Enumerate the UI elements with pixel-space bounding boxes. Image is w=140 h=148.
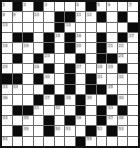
clue-number: 33 <box>2 85 8 90</box>
grid-cell[interactable]: 55 <box>86 137 96 146</box>
grid-cell[interactable]: 47 <box>107 116 117 125</box>
grid-cell[interactable] <box>76 85 86 94</box>
grid-cell[interactable]: 51 <box>65 126 75 135</box>
black-cell <box>13 106 23 115</box>
grid-cell[interactable]: 11 <box>76 12 86 21</box>
grid-cell[interactable]: 2 <box>23 2 33 11</box>
black-cell <box>107 95 117 104</box>
grid-cell[interactable]: 36 <box>2 95 12 104</box>
black-cell <box>44 126 54 135</box>
grid-cell[interactable] <box>76 126 86 135</box>
grid-cell[interactable]: 4 <box>76 2 86 11</box>
grid-cell[interactable] <box>65 137 75 146</box>
grid-cell[interactable] <box>44 23 54 32</box>
grid-cell[interactable] <box>76 74 86 83</box>
grid-cell[interactable]: 22 <box>118 43 128 52</box>
grid-cell[interactable]: 28 <box>97 64 107 73</box>
grid-cell[interactable] <box>55 43 65 52</box>
grid-cell[interactable] <box>97 95 107 104</box>
black-cell <box>55 95 65 104</box>
grid-cell[interactable]: 9 <box>13 12 23 21</box>
grid-cell[interactable] <box>2 33 12 42</box>
grid-cell[interactable] <box>128 43 138 52</box>
clue-number: 12 <box>86 12 92 17</box>
grid-cell[interactable] <box>128 126 138 135</box>
grid-cell[interactable] <box>13 43 23 52</box>
black-cell <box>65 116 75 125</box>
grid-cell[interactable] <box>107 74 117 83</box>
grid-cell[interactable]: 30 <box>44 74 54 83</box>
clue-number: 32 <box>118 74 124 79</box>
grid-cell[interactable] <box>13 95 23 104</box>
black-cell <box>97 43 107 52</box>
grid-cell[interactable]: 13 <box>2 23 12 32</box>
clue-number: 35 <box>107 85 113 90</box>
grid-cell[interactable]: 12 <box>86 12 96 21</box>
grid-cell[interactable]: 52 <box>97 126 107 135</box>
black-cell <box>97 106 107 115</box>
clue-number: 5 <box>97 2 100 7</box>
clue-number: 55 <box>86 137 92 142</box>
grid-cell[interactable] <box>86 64 96 73</box>
grid-cell[interactable]: 26 <box>34 64 44 73</box>
black-cell <box>44 116 54 125</box>
grid-cell[interactable] <box>34 33 44 42</box>
grid-cell[interactable] <box>128 137 138 146</box>
clue-number: 9 <box>13 12 16 17</box>
grid-cell[interactable]: 3 <box>44 2 54 11</box>
clue-number: 53 <box>118 126 124 131</box>
grid-cell[interactable] <box>55 64 65 73</box>
grid-cell[interactable] <box>65 54 75 63</box>
black-cell <box>76 95 86 104</box>
grid-cell[interactable] <box>55 85 65 94</box>
clue-number: 41 <box>34 106 40 111</box>
clue-number: 39 <box>86 95 92 100</box>
black-cell <box>13 126 23 135</box>
grid-cell[interactable]: 50 <box>55 126 65 135</box>
grid-cell[interactable] <box>55 2 65 11</box>
clue-number: 52 <box>97 126 103 131</box>
black-cell <box>23 33 33 42</box>
black-cell <box>65 64 75 73</box>
grid-cell[interactable] <box>128 64 138 73</box>
grid-cell[interactable] <box>86 23 96 32</box>
grid-cell[interactable] <box>97 23 107 32</box>
grid-cell[interactable] <box>55 116 65 125</box>
clue-number: 16 <box>76 33 82 38</box>
grid-cell[interactable]: 43 <box>107 106 117 115</box>
grid-cell[interactable] <box>23 74 33 83</box>
grid-cell[interactable]: 18 <box>2 43 12 52</box>
clue-number: 24 <box>118 54 124 59</box>
grid-cell[interactable]: 10 <box>34 12 44 21</box>
grid-cell[interactable]: 34 <box>13 85 23 94</box>
grid-cell[interactable] <box>34 137 44 146</box>
grid-cell[interactable] <box>23 95 33 104</box>
black-cell <box>44 85 54 94</box>
grid-cell[interactable]: 49 <box>23 126 33 135</box>
clue-number: 40 <box>118 95 124 100</box>
black-cell <box>34 74 44 83</box>
grid-cell[interactable]: 1 <box>2 2 12 11</box>
black-cell <box>65 85 75 94</box>
grid-cell[interactable] <box>86 106 96 115</box>
clue-number: 46 <box>76 116 82 121</box>
grid-cell[interactable] <box>86 116 96 125</box>
black-cell <box>97 116 107 125</box>
grid-cell[interactable] <box>65 106 75 115</box>
grid-cell[interactable] <box>23 12 33 21</box>
grid-cell[interactable] <box>34 23 44 32</box>
grid-cell[interactable]: 35 <box>107 85 117 94</box>
clue-number: 42 <box>55 106 61 111</box>
clue-number: 28 <box>97 64 103 69</box>
grid-cell[interactable]: 37 <box>44 95 54 104</box>
grid-cell[interactable] <box>23 54 33 63</box>
clue-number: 34 <box>13 85 19 90</box>
clue-number: 27 <box>76 64 82 69</box>
black-cell <box>65 33 75 42</box>
black-cell <box>86 74 96 83</box>
black-cell <box>13 54 23 63</box>
clue-number: 13 <box>2 23 8 28</box>
grid-cell[interactable] <box>128 74 138 83</box>
grid-cell[interactable]: 54 <box>2 137 12 146</box>
grid-cell[interactable] <box>34 126 44 135</box>
black-cell <box>118 106 128 115</box>
black-cell <box>97 33 107 42</box>
clue-number: 21 <box>107 43 113 48</box>
clue-number: 10 <box>34 12 40 17</box>
clue-number: 43 <box>107 106 113 111</box>
clue-number: 15 <box>55 33 61 38</box>
grid-cell[interactable] <box>97 137 107 146</box>
black-cell <box>44 33 54 42</box>
grid-cell[interactable]: 23 <box>44 54 54 63</box>
clue-number: 23 <box>44 54 50 59</box>
grid-cell[interactable] <box>2 106 12 115</box>
grid-cell[interactable]: 38 <box>65 95 75 104</box>
grid-cell[interactable] <box>128 95 138 104</box>
grid-cell[interactable] <box>55 137 65 146</box>
grid-cell[interactable]: 20 <box>76 43 86 52</box>
grid-cell[interactable] <box>128 106 138 115</box>
clue-number: 49 <box>23 126 29 131</box>
clue-number: 44 <box>2 116 8 121</box>
grid-cell[interactable] <box>34 43 44 52</box>
grid-cell[interactable] <box>86 33 96 42</box>
grid-cell[interactable] <box>118 23 128 32</box>
black-cell <box>23 106 33 115</box>
grid-cell[interactable] <box>128 116 138 125</box>
clue-number: 7 <box>128 2 131 7</box>
clue-number: 18 <box>2 43 8 48</box>
grid-cell[interactable]: 17 <box>128 33 138 42</box>
black-cell <box>118 64 128 73</box>
black-cell <box>34 54 44 63</box>
black-cell <box>55 12 65 21</box>
black-cell <box>128 23 138 32</box>
black-cell <box>118 12 128 21</box>
clue-number: 45 <box>23 116 29 121</box>
grid-cell[interactable] <box>118 85 128 94</box>
clue-number: 1 <box>2 2 5 7</box>
grid-cell[interactable]: 8 <box>2 12 12 21</box>
black-cell <box>65 74 75 83</box>
grid-cell[interactable]: 41 <box>34 106 44 115</box>
grid-cell[interactable] <box>34 85 44 94</box>
grid-cell[interactable]: 31 <box>97 74 107 83</box>
grid-cell[interactable]: 33 <box>2 85 12 94</box>
clue-number: 31 <box>97 74 103 79</box>
clue-number: 3 <box>44 2 47 7</box>
black-cell <box>97 12 107 21</box>
grid-cell[interactable]: 46 <box>76 116 86 125</box>
clue-number: 36 <box>2 95 8 100</box>
grid-cell[interactable]: 53 <box>118 126 128 135</box>
black-cell <box>34 2 44 11</box>
grid-cell[interactable]: 14 <box>65 23 75 32</box>
grid-cell[interactable] <box>13 23 23 32</box>
grid-cell[interactable] <box>55 74 65 83</box>
grid-cell[interactable] <box>128 12 138 21</box>
clue-number: 47 <box>107 116 113 121</box>
grid-cell[interactable] <box>23 85 33 94</box>
grid-cell[interactable]: 7 <box>128 2 138 11</box>
black-cell <box>86 85 96 94</box>
grid-cell[interactable] <box>55 54 65 63</box>
grid-cell[interactable] <box>2 54 12 63</box>
clue-number: 2 <box>23 2 26 7</box>
grid-cell[interactable] <box>128 85 138 94</box>
grid-cell[interactable] <box>23 23 33 32</box>
grid-cell[interactable] <box>107 33 117 42</box>
grid-cell[interactable]: 39 <box>86 95 96 104</box>
black-cell <box>76 54 86 63</box>
grid-cell[interactable]: 48 <box>118 116 128 125</box>
grid-cell[interactable] <box>86 54 96 63</box>
clue-number: 22 <box>118 43 124 48</box>
clue-number: 29 <box>107 64 113 69</box>
grid-cell[interactable] <box>118 2 128 11</box>
clue-number: 48 <box>118 116 124 121</box>
clue-number: 54 <box>2 137 8 142</box>
grid-cell[interactable]: 19 <box>23 43 33 52</box>
grid-cell[interactable] <box>44 137 54 146</box>
black-cell <box>76 106 86 115</box>
black-cell <box>107 54 117 63</box>
clue-number: 38 <box>65 95 71 100</box>
black-cell <box>44 43 54 52</box>
grid-cell[interactable] <box>2 126 12 135</box>
grid-cell[interactable]: 15 <box>55 33 65 42</box>
grid-cell[interactable]: 29 <box>107 64 117 73</box>
grid-cell[interactable] <box>13 116 23 125</box>
black-cell <box>55 23 65 32</box>
black-cell <box>86 126 96 135</box>
grid-cell[interactable]: 45 <box>23 116 33 125</box>
grid-cell[interactable] <box>13 137 23 146</box>
grid-cell[interactable]: 32 <box>118 74 128 83</box>
clue-number: 20 <box>76 43 82 48</box>
grid-cell[interactable]: 40 <box>118 95 128 104</box>
grid-cell[interactable] <box>65 2 75 11</box>
clue-number: 19 <box>23 43 29 48</box>
grid-cell[interactable] <box>107 12 117 21</box>
crossword-grid: 1234567891011121314151617181920212223242… <box>0 0 140 148</box>
black-cell <box>118 33 128 42</box>
grid-cell[interactable] <box>86 43 96 52</box>
grid-cell[interactable]: 24 <box>118 54 128 63</box>
black-cell <box>76 137 86 146</box>
black-cell <box>13 33 23 42</box>
grid-cell[interactable]: 42 <box>55 106 65 115</box>
clue-number: 11 <box>76 12 82 17</box>
grid-cell[interactable]: 5 <box>97 2 107 11</box>
clue-number: 4 <box>76 2 79 7</box>
clue-number: 25 <box>2 64 8 69</box>
clue-number: 30 <box>44 74 50 79</box>
clue-number: 51 <box>65 126 71 131</box>
grid-cell[interactable] <box>23 137 33 146</box>
black-cell <box>107 126 117 135</box>
grid-cell[interactable] <box>13 64 23 73</box>
black-cell <box>65 43 75 52</box>
grid-cell[interactable] <box>128 54 138 63</box>
grid-cell[interactable]: 16 <box>76 33 86 42</box>
grid-cell[interactable]: 27 <box>76 64 86 73</box>
grid-cell[interactable] <box>44 106 54 115</box>
grid-cell[interactable] <box>107 137 117 146</box>
black-cell <box>65 12 75 21</box>
clue-number: 14 <box>65 23 71 28</box>
black-cell <box>13 2 23 11</box>
clue-number: 26 <box>34 64 40 69</box>
clue-number: 17 <box>128 33 134 38</box>
black-cell <box>97 85 107 94</box>
black-cell <box>13 74 23 83</box>
black-cell <box>34 95 44 104</box>
grid-cell[interactable] <box>34 116 44 125</box>
clue-number: 50 <box>55 126 61 131</box>
grid-cell[interactable]: 6 <box>107 2 117 11</box>
grid-cell[interactable]: 25 <box>2 64 12 73</box>
clue-number: 37 <box>44 95 50 100</box>
grid-cell[interactable]: 21 <box>107 43 117 52</box>
clue-number: 6 <box>107 2 110 7</box>
grid-cell[interactable] <box>107 23 117 32</box>
grid-cell[interactable] <box>76 23 86 32</box>
grid-cell[interactable] <box>23 64 33 73</box>
grid-cell[interactable] <box>44 12 54 21</box>
grid-cell[interactable]: 44 <box>2 116 12 125</box>
black-cell <box>86 2 96 11</box>
grid-cell[interactable] <box>118 137 128 146</box>
black-cell <box>2 74 12 83</box>
black-cell <box>97 54 107 63</box>
clue-number: 8 <box>2 12 5 17</box>
black-cell <box>44 64 54 73</box>
